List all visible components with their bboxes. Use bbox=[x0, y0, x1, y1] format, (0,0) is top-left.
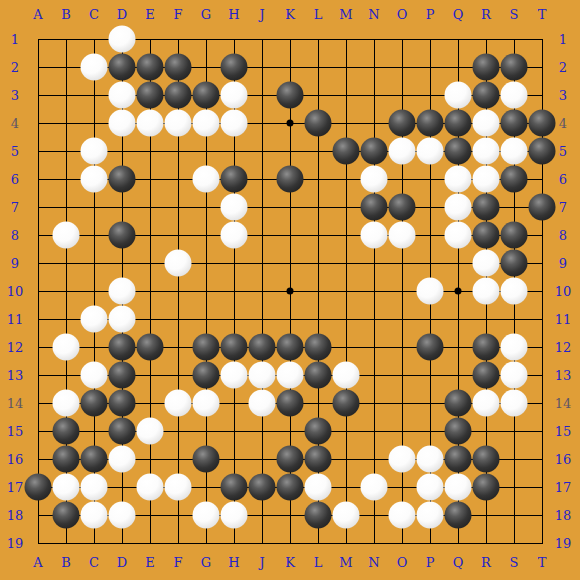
column-label-top: Q bbox=[453, 8, 464, 21]
stone-black bbox=[137, 82, 164, 109]
column-label-top: K bbox=[285, 8, 295, 21]
stone-white bbox=[417, 278, 444, 305]
column-label-bottom: N bbox=[368, 556, 379, 569]
stone-black bbox=[333, 138, 360, 165]
stone-white bbox=[445, 222, 472, 249]
stone-black bbox=[193, 334, 220, 361]
column-label-top: A bbox=[33, 8, 42, 21]
stone-black bbox=[445, 390, 472, 417]
column-label-top: L bbox=[314, 8, 323, 21]
row-label-left: 7 bbox=[11, 201, 19, 214]
stone-black bbox=[501, 222, 528, 249]
stone-black bbox=[193, 446, 220, 473]
stone-white bbox=[193, 110, 220, 137]
stone-black bbox=[501, 166, 528, 193]
stone-black bbox=[305, 110, 332, 137]
stone-black bbox=[193, 82, 220, 109]
stone-black bbox=[445, 446, 472, 473]
stone-white bbox=[221, 362, 248, 389]
stone-white bbox=[501, 138, 528, 165]
stone-black bbox=[445, 110, 472, 137]
stone-white bbox=[137, 418, 164, 445]
column-label-bottom: P bbox=[426, 556, 435, 569]
stone-white bbox=[361, 222, 388, 249]
column-label-top: D bbox=[117, 8, 127, 21]
stone-black bbox=[221, 166, 248, 193]
stone-black bbox=[193, 362, 220, 389]
stone-white bbox=[277, 362, 304, 389]
stone-white bbox=[221, 222, 248, 249]
column-label-top: G bbox=[201, 8, 211, 21]
stone-black bbox=[305, 362, 332, 389]
column-label-top: B bbox=[61, 8, 71, 21]
column-label-top: R bbox=[481, 8, 491, 21]
stone-black bbox=[25, 474, 52, 501]
stone-white bbox=[417, 474, 444, 501]
stone-black bbox=[221, 334, 248, 361]
stone-white bbox=[81, 362, 108, 389]
stone-white bbox=[221, 82, 248, 109]
column-label-bottom: O bbox=[397, 556, 408, 569]
stone-white bbox=[445, 474, 472, 501]
stone-black bbox=[53, 446, 80, 473]
stone-white bbox=[389, 446, 416, 473]
stone-white bbox=[81, 474, 108, 501]
stone-white bbox=[221, 110, 248, 137]
stone-black bbox=[473, 194, 500, 221]
stone-black bbox=[137, 334, 164, 361]
column-label-bottom: G bbox=[201, 556, 211, 569]
stone-black bbox=[473, 222, 500, 249]
stone-white bbox=[445, 194, 472, 221]
row-label-right: 6 bbox=[559, 173, 567, 186]
stone-black bbox=[361, 194, 388, 221]
stone-white bbox=[333, 502, 360, 529]
stone-white bbox=[193, 502, 220, 529]
column-label-top: T bbox=[538, 8, 547, 21]
row-label-left: 9 bbox=[11, 257, 19, 270]
stone-black bbox=[473, 334, 500, 361]
stone-white bbox=[165, 250, 192, 277]
column-label-bottom: E bbox=[145, 556, 155, 569]
row-label-right: 8 bbox=[559, 229, 567, 242]
stone-white bbox=[221, 194, 248, 221]
stone-black bbox=[277, 82, 304, 109]
stone-white bbox=[221, 502, 248, 529]
stone-black bbox=[277, 334, 304, 361]
stone-black bbox=[165, 82, 192, 109]
stone-black bbox=[277, 166, 304, 193]
stone-white bbox=[305, 474, 332, 501]
stone-black bbox=[109, 390, 136, 417]
column-label-top: C bbox=[89, 8, 99, 21]
stone-white bbox=[81, 138, 108, 165]
row-label-left: 5 bbox=[11, 145, 19, 158]
stone-white bbox=[165, 110, 192, 137]
row-label-left: 15 bbox=[7, 425, 24, 438]
row-label-right: 15 bbox=[555, 425, 572, 438]
column-label-bottom: D bbox=[117, 556, 127, 569]
stone-white bbox=[389, 222, 416, 249]
stone-black bbox=[277, 390, 304, 417]
row-label-right: 18 bbox=[555, 509, 572, 522]
row-label-right: 12 bbox=[555, 341, 572, 354]
column-label-bottom: F bbox=[173, 556, 182, 569]
column-label-bottom: Q bbox=[453, 556, 464, 569]
stone-black bbox=[305, 502, 332, 529]
stone-white bbox=[473, 278, 500, 305]
column-label-bottom: L bbox=[314, 556, 323, 569]
row-label-left: 3 bbox=[11, 89, 19, 102]
row-label-left: 11 bbox=[7, 313, 24, 326]
stone-black bbox=[305, 418, 332, 445]
stone-white bbox=[109, 110, 136, 137]
stone-white bbox=[361, 166, 388, 193]
column-label-bottom: R bbox=[481, 556, 491, 569]
stone-white bbox=[501, 82, 528, 109]
row-label-left: 14 bbox=[7, 397, 24, 410]
stone-white bbox=[81, 54, 108, 81]
row-label-right: 1 bbox=[559, 33, 567, 46]
row-label-right: 4 bbox=[559, 117, 567, 130]
stone-white bbox=[473, 138, 500, 165]
row-label-left: 16 bbox=[7, 453, 24, 466]
stone-black bbox=[389, 194, 416, 221]
column-label-bottom: C bbox=[89, 556, 99, 569]
stone-black bbox=[249, 474, 276, 501]
stone-white bbox=[333, 362, 360, 389]
row-label-left: 19 bbox=[7, 537, 24, 550]
stone-white bbox=[473, 250, 500, 277]
row-label-left: 13 bbox=[7, 369, 24, 382]
column-label-bottom: A bbox=[33, 556, 42, 569]
row-label-left: 10 bbox=[7, 285, 24, 298]
row-label-right: 19 bbox=[555, 537, 572, 550]
stone-white bbox=[501, 390, 528, 417]
column-label-bottom: S bbox=[510, 556, 519, 569]
column-label-top: S bbox=[510, 8, 519, 21]
stone-white bbox=[165, 390, 192, 417]
column-label-top: M bbox=[339, 8, 352, 21]
stone-black bbox=[501, 54, 528, 81]
stone-black bbox=[445, 502, 472, 529]
row-label-right: 17 bbox=[555, 481, 572, 494]
stone-black bbox=[109, 362, 136, 389]
stone-white bbox=[137, 110, 164, 137]
stone-black bbox=[221, 54, 248, 81]
stone-black bbox=[109, 334, 136, 361]
row-label-left: 18 bbox=[7, 509, 24, 522]
stone-black bbox=[165, 54, 192, 81]
stone-black bbox=[109, 222, 136, 249]
stone-black bbox=[501, 250, 528, 277]
stone-white bbox=[53, 390, 80, 417]
column-label-top: E bbox=[145, 8, 155, 21]
column-label-top: P bbox=[426, 8, 435, 21]
stone-black bbox=[529, 194, 556, 221]
row-label-left: 6 bbox=[11, 173, 19, 186]
column-label-bottom: B bbox=[61, 556, 71, 569]
row-label-left: 1 bbox=[11, 33, 19, 46]
stone-white bbox=[109, 446, 136, 473]
stone-white bbox=[473, 390, 500, 417]
column-label-bottom: J bbox=[259, 556, 264, 569]
stone-black bbox=[109, 166, 136, 193]
stone-black bbox=[109, 418, 136, 445]
stone-black bbox=[417, 110, 444, 137]
stone-white bbox=[389, 502, 416, 529]
column-label-top: N bbox=[368, 8, 379, 21]
stone-black bbox=[389, 110, 416, 137]
stone-white bbox=[445, 82, 472, 109]
stone-white bbox=[445, 166, 472, 193]
row-label-right: 3 bbox=[559, 89, 567, 102]
hoshi-point bbox=[455, 288, 462, 295]
stone-white bbox=[501, 334, 528, 361]
stone-black bbox=[277, 446, 304, 473]
stone-white bbox=[109, 278, 136, 305]
stone-black bbox=[333, 390, 360, 417]
row-label-left: 2 bbox=[11, 61, 19, 74]
stone-black bbox=[53, 502, 80, 529]
stone-black bbox=[473, 54, 500, 81]
stone-white bbox=[249, 362, 276, 389]
row-label-right: 2 bbox=[559, 61, 567, 74]
stone-white bbox=[389, 138, 416, 165]
stone-white bbox=[501, 362, 528, 389]
stone-black bbox=[501, 110, 528, 137]
row-label-right: 7 bbox=[559, 201, 567, 214]
stone-black bbox=[81, 390, 108, 417]
stone-white bbox=[473, 110, 500, 137]
stone-white bbox=[501, 278, 528, 305]
row-label-right: 13 bbox=[555, 369, 572, 382]
stone-white bbox=[473, 166, 500, 193]
row-label-right: 5 bbox=[559, 145, 567, 158]
row-label-right: 9 bbox=[559, 257, 567, 270]
stone-black bbox=[473, 474, 500, 501]
column-label-top: O bbox=[397, 8, 408, 21]
hoshi-point bbox=[287, 288, 294, 295]
stone-white bbox=[109, 26, 136, 53]
row-label-left: 8 bbox=[11, 229, 19, 242]
stone-black bbox=[109, 54, 136, 81]
stone-white bbox=[417, 446, 444, 473]
stone-black bbox=[53, 418, 80, 445]
stone-white bbox=[81, 166, 108, 193]
stone-black bbox=[249, 334, 276, 361]
stone-white bbox=[53, 334, 80, 361]
stone-black bbox=[361, 138, 388, 165]
stone-white bbox=[53, 222, 80, 249]
go-board[interactable]: AABBCCDDEEFFGGHHJJKKLLMMNNOOPPQQRRSSTT11… bbox=[0, 0, 580, 580]
stone-black bbox=[445, 138, 472, 165]
row-label-left: 12 bbox=[7, 341, 24, 354]
row-label-right: 10 bbox=[555, 285, 572, 298]
stone-black bbox=[473, 362, 500, 389]
row-label-right: 16 bbox=[555, 453, 572, 466]
stone-white bbox=[361, 474, 388, 501]
column-label-top: H bbox=[228, 8, 239, 21]
column-label-top: F bbox=[173, 8, 182, 21]
column-label-bottom: K bbox=[285, 556, 295, 569]
stone-white bbox=[53, 474, 80, 501]
stone-black bbox=[529, 110, 556, 137]
stone-white bbox=[81, 306, 108, 333]
row-label-left: 17 bbox=[7, 481, 24, 494]
stone-white bbox=[81, 502, 108, 529]
stone-white bbox=[137, 474, 164, 501]
stone-black bbox=[137, 54, 164, 81]
stone-white bbox=[193, 390, 220, 417]
stone-white bbox=[193, 166, 220, 193]
stone-black bbox=[277, 474, 304, 501]
stone-white bbox=[249, 390, 276, 417]
row-label-left: 4 bbox=[11, 117, 19, 130]
row-label-right: 11 bbox=[555, 313, 572, 326]
stone-black bbox=[221, 474, 248, 501]
stone-black bbox=[305, 334, 332, 361]
stone-black bbox=[417, 334, 444, 361]
stone-black bbox=[473, 446, 500, 473]
column-label-bottom: H bbox=[228, 556, 239, 569]
row-label-right: 14 bbox=[555, 397, 572, 410]
hoshi-point bbox=[287, 120, 294, 127]
stone-black bbox=[529, 138, 556, 165]
stone-black bbox=[445, 418, 472, 445]
stone-white bbox=[109, 502, 136, 529]
stone-white bbox=[417, 138, 444, 165]
stone-white bbox=[109, 82, 136, 109]
stone-black bbox=[81, 446, 108, 473]
stone-white bbox=[109, 306, 136, 333]
stone-black bbox=[305, 446, 332, 473]
column-label-bottom: M bbox=[339, 556, 352, 569]
column-label-top: J bbox=[259, 8, 264, 21]
column-label-bottom: T bbox=[538, 556, 547, 569]
stone-black bbox=[473, 82, 500, 109]
stone-white bbox=[417, 502, 444, 529]
stone-white bbox=[165, 474, 192, 501]
